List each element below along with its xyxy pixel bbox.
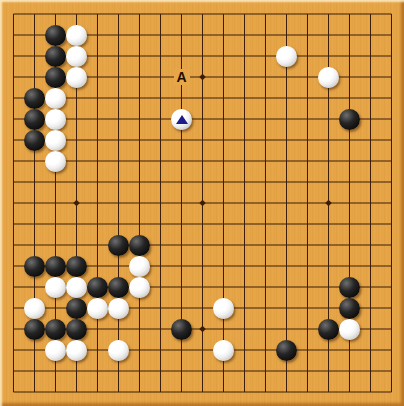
black-stone [318,319,339,340]
white-stone [45,88,66,109]
white-stone [66,46,87,67]
white-stone [129,256,150,277]
star-point [325,200,332,207]
black-stone [66,319,87,340]
star-point [199,326,206,333]
white-stone [339,319,360,340]
white-stone [129,277,150,298]
white-stone-marked [171,109,192,130]
black-stone [24,256,45,277]
star-point [199,200,206,207]
white-stone [66,277,87,298]
white-stone [24,298,45,319]
black-stone [339,109,360,130]
white-stone [45,277,66,298]
white-stone [66,67,87,88]
point-label-a[interactable]: A [174,69,190,85]
black-stone [45,67,66,88]
white-stone [318,67,339,88]
black-stone [129,235,150,256]
white-stone [276,46,297,67]
black-stone [87,277,108,298]
white-stone [45,340,66,361]
black-stone [45,25,66,46]
black-stone [45,46,66,67]
white-stone [45,151,66,172]
star-point [199,74,206,81]
white-stone [45,130,66,151]
black-stone [108,277,129,298]
black-stone [24,88,45,109]
white-stone [213,340,234,361]
white-stone [87,298,108,319]
black-stone [339,298,360,319]
black-stone [66,256,87,277]
star-point [73,200,80,207]
triangle-marker-icon [176,115,188,124]
black-stone [24,319,45,340]
goban[interactable]: A [0,0,404,406]
black-stone [276,340,297,361]
black-stone [24,109,45,130]
black-stone [45,319,66,340]
black-stone [108,235,129,256]
white-stone [108,340,129,361]
white-stone [45,109,66,130]
black-stone [339,277,360,298]
white-stone [108,298,129,319]
black-stone [24,130,45,151]
white-stone [66,25,87,46]
black-stone [171,319,192,340]
white-stone [66,340,87,361]
black-stone [66,298,87,319]
white-stone [213,298,234,319]
black-stone [45,256,66,277]
